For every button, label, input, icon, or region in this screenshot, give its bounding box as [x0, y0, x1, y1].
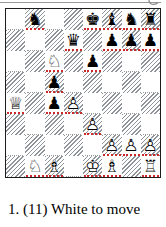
square-f6[interactable]	[102, 51, 121, 72]
chess-board: ♞♚♝♞♜♛♟♟♟♘♟♟♕♟♙♙♙♙♙♘♗♔♗♖	[5, 8, 161, 178]
square-d7[interactable]: ♛	[64, 30, 83, 51]
square-g3[interactable]	[122, 114, 141, 135]
square-e5[interactable]	[83, 72, 102, 93]
square-d2[interactable]	[64, 135, 83, 156]
black-pawn-f7[interactable]: ♟	[104, 31, 119, 50]
white-knight-c6[interactable]: ♘	[47, 52, 62, 71]
square-c3[interactable]	[45, 114, 64, 135]
square-g2[interactable]: ♙	[122, 135, 141, 156]
square-c6[interactable]: ♘	[45, 51, 64, 72]
black-pawn-h7[interactable]: ♟	[143, 31, 158, 50]
square-f3[interactable]	[102, 114, 121, 135]
square-c7[interactable]	[45, 30, 64, 51]
square-h4[interactable]	[141, 93, 160, 114]
square-c2[interactable]	[45, 135, 64, 156]
square-c1[interactable]: ♗	[45, 156, 64, 177]
white-pawn-g2[interactable]: ♙	[124, 136, 139, 155]
square-e1[interactable]: ♔	[83, 156, 102, 177]
black-bishop-f8[interactable]: ♝	[104, 10, 119, 29]
square-a2[interactable]	[6, 135, 25, 156]
white-pawn-f2[interactable]: ♙	[104, 136, 119, 155]
black-knight-g8[interactable]: ♞	[124, 10, 139, 29]
square-g7[interactable]: ♟	[122, 30, 141, 51]
square-e2[interactable]	[83, 135, 102, 156]
square-c4[interactable]: ♟	[45, 93, 64, 114]
square-f2[interactable]: ♙	[102, 135, 121, 156]
square-h2[interactable]: ♙	[141, 135, 160, 156]
square-d1[interactable]	[64, 156, 83, 177]
white-king-e1[interactable]: ♔	[85, 157, 100, 176]
square-a3[interactable]	[6, 114, 25, 135]
black-pawn-e6[interactable]: ♟	[85, 52, 100, 71]
square-d8[interactable]	[64, 9, 83, 30]
square-e8[interactable]: ♚	[83, 9, 102, 30]
square-h5[interactable]	[141, 72, 160, 93]
white-queen-a4[interactable]: ♕	[8, 94, 23, 113]
white-pawn-d4[interactable]: ♙	[66, 94, 81, 113]
black-queen-d7[interactable]: ♛	[66, 31, 81, 50]
square-b3[interactable]	[25, 114, 44, 135]
page-rule-line	[0, 2, 161, 3]
square-h8[interactable]: ♜	[141, 9, 160, 30]
black-knight-b8[interactable]: ♞	[27, 10, 42, 29]
square-g4[interactable]	[122, 93, 141, 114]
white-bishop-c1[interactable]: ♗	[47, 157, 62, 176]
square-d4[interactable]: ♙	[64, 93, 83, 114]
diagram-caption: 1. (11) White to move	[8, 201, 166, 218]
square-b5[interactable]	[25, 72, 44, 93]
square-e7[interactable]	[83, 30, 102, 51]
black-pawn-c4[interactable]: ♟	[47, 94, 62, 113]
square-d3[interactable]	[64, 114, 83, 135]
square-b1[interactable]: ♘	[25, 156, 44, 177]
square-a6[interactable]	[6, 51, 25, 72]
square-b8[interactable]: ♞	[25, 9, 44, 30]
white-rook-h1[interactable]: ♖	[143, 157, 158, 176]
square-b6[interactable]	[25, 51, 44, 72]
black-king-e8[interactable]: ♚	[85, 10, 100, 29]
square-f8[interactable]: ♝	[102, 9, 121, 30]
square-g6[interactable]	[122, 51, 141, 72]
square-d6[interactable]	[64, 51, 83, 72]
diagram-page: ♞♚♝♞♜♛♟♟♟♘♟♟♕♟♙♙♙♙♙♘♗♔♗♖ 1. (11) White t…	[0, 0, 166, 227]
square-c5[interactable]: ♟	[45, 72, 64, 93]
square-g8[interactable]: ♞	[122, 9, 141, 30]
square-f5[interactable]	[102, 72, 121, 93]
black-pawn-g7[interactable]: ♟	[124, 31, 139, 50]
square-a4[interactable]: ♕	[6, 93, 25, 114]
square-h3[interactable]	[141, 114, 160, 135]
square-f7[interactable]: ♟	[102, 30, 121, 51]
square-a5[interactable]	[6, 72, 25, 93]
square-f4[interactable]	[102, 93, 121, 114]
square-d5[interactable]	[64, 72, 83, 93]
black-rook-h8[interactable]: ♜	[143, 10, 158, 29]
square-b2[interactable]	[25, 135, 44, 156]
square-e3[interactable]: ♙	[83, 114, 102, 135]
square-b4[interactable]	[25, 93, 44, 114]
square-a1[interactable]	[6, 156, 25, 177]
square-f1[interactable]: ♗	[102, 156, 121, 177]
square-g1[interactable]	[122, 156, 141, 177]
white-pawn-e3[interactable]: ♙	[85, 115, 100, 134]
white-bishop-f1[interactable]: ♗	[104, 157, 119, 176]
square-c8[interactable]	[45, 9, 64, 30]
square-h1[interactable]: ♖	[141, 156, 160, 177]
white-pawn-h2[interactable]: ♙	[143, 136, 158, 155]
white-knight-b1[interactable]: ♘	[27, 157, 42, 176]
square-e4[interactable]	[83, 93, 102, 114]
square-g5[interactable]	[122, 72, 141, 93]
square-a8[interactable]	[6, 9, 25, 30]
square-h6[interactable]	[141, 51, 160, 72]
black-pawn-c5[interactable]: ♟	[47, 73, 62, 92]
square-b7[interactable]	[25, 30, 44, 51]
cropped-text-descender	[147, 0, 159, 7]
square-a7[interactable]	[6, 30, 25, 51]
square-e6[interactable]: ♟	[83, 51, 102, 72]
square-h7[interactable]: ♟	[141, 30, 160, 51]
